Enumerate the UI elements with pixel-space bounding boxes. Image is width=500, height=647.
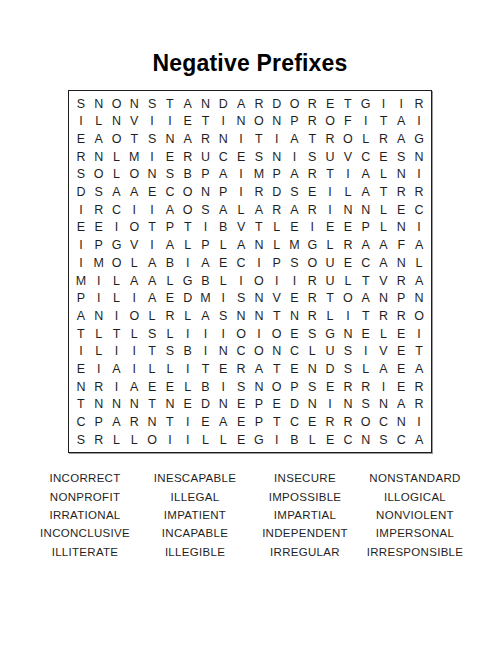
grid-cell-r5c2[interactable]: O: [90, 166, 108, 184]
grid-cell-r20c4[interactable]: L: [125, 431, 143, 449]
grid-cell-r1c5[interactable]: S: [143, 95, 161, 113]
grid-cell-r17c14[interactable]: S: [303, 378, 321, 396]
grid-cell-r13c2[interactable]: N: [90, 307, 108, 325]
grid-cell-r6c10[interactable]: I: [232, 184, 250, 202]
grid-cell-r13c8[interactable]: A: [197, 307, 215, 325]
grid-cell-r2c20[interactable]: I: [410, 113, 428, 131]
grid-cell-r13c1[interactable]: A: [72, 307, 90, 325]
grid-cell-r6c1[interactable]: D: [72, 184, 90, 202]
grid-cell-r10c13[interactable]: S: [286, 254, 304, 272]
grid-cell-r15c19[interactable]: E: [392, 343, 410, 361]
grid-cell-r20c9[interactable]: L: [214, 431, 232, 449]
grid-cell-r19c5[interactable]: N: [143, 414, 161, 432]
grid-cell-r15c15[interactable]: U: [321, 343, 339, 361]
grid-cell-r12c3[interactable]: L: [108, 290, 126, 308]
grid-cell-r3c3[interactable]: O: [108, 130, 126, 148]
grid-cell-r20c17[interactable]: N: [357, 431, 375, 449]
grid-cell-r7c11[interactable]: A: [250, 201, 268, 219]
grid-cell-r12c13[interactable]: E: [286, 290, 304, 308]
grid-cell-r6c4[interactable]: A: [125, 184, 143, 202]
grid-cell-r8c1[interactable]: E: [72, 219, 90, 237]
grid-cell-r16c7[interactable]: I: [179, 361, 197, 379]
grid-cell-r3c7[interactable]: A: [179, 130, 197, 148]
grid-cell-r13c15[interactable]: L: [321, 307, 339, 325]
grid-cell-r8c7[interactable]: T: [179, 219, 197, 237]
grid-cell-r19c1[interactable]: C: [72, 414, 90, 432]
grid-cell-r17c15[interactable]: E: [321, 378, 339, 396]
grid-cell-r15c14[interactable]: L: [303, 343, 321, 361]
grid-cell-r15c11[interactable]: O: [250, 343, 268, 361]
grid-cell-r1c9[interactable]: D: [214, 95, 232, 113]
grid-cell-r18c1[interactable]: T: [72, 396, 90, 414]
grid-cell-r4c16[interactable]: V: [339, 148, 357, 166]
grid-cell-r10c11[interactable]: I: [250, 254, 268, 272]
grid-cell-r16c13[interactable]: E: [286, 361, 304, 379]
grid-cell-r9c1[interactable]: I: [72, 237, 90, 255]
grid-cell-r20c2[interactable]: R: [90, 431, 108, 449]
grid-cell-r16c3[interactable]: A: [108, 361, 126, 379]
grid-cell-r17c17[interactable]: R: [357, 378, 375, 396]
grid-cell-r1c15[interactable]: E: [321, 95, 339, 113]
grid-cell-r2c12[interactable]: N: [268, 113, 286, 131]
grid-cell-r8c5[interactable]: T: [143, 219, 161, 237]
grid-cell-r19c2[interactable]: P: [90, 414, 108, 432]
grid-cell-r2c16[interactable]: F: [339, 113, 357, 131]
grid-cell-r10c15[interactable]: U: [321, 254, 339, 272]
grid-cell-r1c14[interactable]: R: [303, 95, 321, 113]
grid-cell-r20c20[interactable]: A: [410, 431, 428, 449]
grid-cell-r7c19[interactable]: E: [392, 201, 410, 219]
grid-cell-r2c8[interactable]: T: [197, 113, 215, 131]
grid-cell-r9c15[interactable]: L: [321, 237, 339, 255]
grid-cell-r1c19[interactable]: I: [392, 95, 410, 113]
grid-cell-r17c7[interactable]: L: [179, 378, 197, 396]
grid-cell-r11c11[interactable]: O: [250, 272, 268, 290]
grid-cell-r3c12[interactable]: I: [268, 130, 286, 148]
grid-cell-r14c18[interactable]: L: [375, 325, 393, 343]
grid-cell-r2c14[interactable]: R: [303, 113, 321, 131]
grid-cell-r10c7[interactable]: I: [179, 254, 197, 272]
grid-cell-r11c9[interactable]: L: [214, 272, 232, 290]
grid-cell-r5c20[interactable]: I: [410, 166, 428, 184]
grid-cell-r2c9[interactable]: I: [214, 113, 232, 131]
grid-cell-r14c19[interactable]: E: [392, 325, 410, 343]
grid-cell-r7c5[interactable]: I: [143, 201, 161, 219]
grid-cell-r9c4[interactable]: V: [125, 237, 143, 255]
grid-cell-r20c3[interactable]: L: [108, 431, 126, 449]
grid-cell-r19c4[interactable]: R: [125, 414, 143, 432]
grid-cell-r20c12[interactable]: I: [268, 431, 286, 449]
grid-cell-r1c8[interactable]: N: [197, 95, 215, 113]
grid-cell-r14c10[interactable]: O: [232, 325, 250, 343]
grid-cell-r4c1[interactable]: R: [72, 148, 90, 166]
grid-cell-r1c7[interactable]: A: [179, 95, 197, 113]
grid-cell-r18c19[interactable]: A: [392, 396, 410, 414]
grid-cell-r2c18[interactable]: T: [375, 113, 393, 131]
grid-cell-r19c13[interactable]: C: [286, 414, 304, 432]
grid-cell-r8c4[interactable]: O: [125, 219, 143, 237]
grid-cell-r18c17[interactable]: S: [357, 396, 375, 414]
grid-cell-r6c9[interactable]: P: [214, 184, 232, 202]
grid-cell-r14c7[interactable]: I: [179, 325, 197, 343]
grid-cell-r5c10[interactable]: I: [232, 166, 250, 184]
grid-cell-r16c4[interactable]: I: [125, 361, 143, 379]
grid-cell-r2c17[interactable]: I: [357, 113, 375, 131]
grid-cell-r5c17[interactable]: A: [357, 166, 375, 184]
grid-cell-r10c18[interactable]: A: [375, 254, 393, 272]
grid-cell-r20c1[interactable]: S: [72, 431, 90, 449]
grid-cell-r2c7[interactable]: E: [179, 113, 197, 131]
grid-cell-r14c1[interactable]: T: [72, 325, 90, 343]
grid-cell-r12c12[interactable]: V: [268, 290, 286, 308]
grid-cell-r17c8[interactable]: B: [197, 378, 215, 396]
grid-cell-r7c4[interactable]: I: [125, 201, 143, 219]
grid-cell-r13c4[interactable]: O: [125, 307, 143, 325]
grid-cell-r13c16[interactable]: I: [339, 307, 357, 325]
grid-cell-r19c10[interactable]: E: [232, 414, 250, 432]
grid-cell-r20c10[interactable]: E: [232, 431, 250, 449]
grid-cell-r5c15[interactable]: T: [321, 166, 339, 184]
grid-cell-r10c5[interactable]: A: [143, 254, 161, 272]
grid-cell-r19c20[interactable]: I: [410, 414, 428, 432]
grid-cell-r1c13[interactable]: O: [286, 95, 304, 113]
grid-cell-r17c4[interactable]: A: [125, 378, 143, 396]
grid-cell-r18c6[interactable]: N: [161, 396, 179, 414]
grid-cell-r14c5[interactable]: S: [143, 325, 161, 343]
grid-cell-r11c17[interactable]: T: [357, 272, 375, 290]
grid-cell-r18c15[interactable]: I: [321, 396, 339, 414]
grid-cell-r2c15[interactable]: O: [321, 113, 339, 131]
grid-cell-r2c11[interactable]: O: [250, 113, 268, 131]
grid-cell-r18c4[interactable]: N: [125, 396, 143, 414]
grid-cell-r18c12[interactable]: E: [268, 396, 286, 414]
grid-cell-r7c2[interactable]: R: [90, 201, 108, 219]
grid-cell-r3c13[interactable]: A: [286, 130, 304, 148]
grid-cell-r2c3[interactable]: N: [108, 113, 126, 131]
grid-cell-r19c14[interactable]: E: [303, 414, 321, 432]
grid-cell-r7c18[interactable]: L: [375, 201, 393, 219]
grid-cell-r12c1[interactable]: P: [72, 290, 90, 308]
grid-cell-r5c12[interactable]: P: [268, 166, 286, 184]
grid-cell-r6c16[interactable]: L: [339, 184, 357, 202]
grid-cell-r4c4[interactable]: M: [125, 148, 143, 166]
grid-cell-r1c6[interactable]: T: [161, 95, 179, 113]
grid-cell-r13c10[interactable]: N: [232, 307, 250, 325]
grid-cell-r7c12[interactable]: R: [268, 201, 286, 219]
grid-cell-r16c10[interactable]: R: [232, 361, 250, 379]
grid-cell-r7c1[interactable]: I: [72, 201, 90, 219]
grid-cell-r10c9[interactable]: E: [214, 254, 232, 272]
grid-cell-r6c11[interactable]: R: [250, 184, 268, 202]
grid-cell-r1c10[interactable]: A: [232, 95, 250, 113]
grid-cell-r4c18[interactable]: E: [375, 148, 393, 166]
grid-cell-r17c3[interactable]: I: [108, 378, 126, 396]
grid-cell-r14c2[interactable]: L: [90, 325, 108, 343]
grid-cell-r18c13[interactable]: D: [286, 396, 304, 414]
grid-cell-r5c3[interactable]: L: [108, 166, 126, 184]
grid-cell-r8c9[interactable]: B: [214, 219, 232, 237]
grid-cell-r5c16[interactable]: I: [339, 166, 357, 184]
grid-cell-r18c14[interactable]: N: [303, 396, 321, 414]
grid-cell-r12c19[interactable]: P: [392, 290, 410, 308]
grid-cell-r5c11[interactable]: M: [250, 166, 268, 184]
grid-cell-r8c10[interactable]: V: [232, 219, 250, 237]
grid-cell-r10c20[interactable]: L: [410, 254, 428, 272]
grid-cell-r2c13[interactable]: P: [286, 113, 304, 131]
grid-cell-r4c15[interactable]: U: [321, 148, 339, 166]
grid-cell-r3c2[interactable]: A: [90, 130, 108, 148]
grid-cell-r12c2[interactable]: I: [90, 290, 108, 308]
grid-cell-r12c16[interactable]: O: [339, 290, 357, 308]
grid-cell-r11c15[interactable]: U: [321, 272, 339, 290]
grid-cell-r14c20[interactable]: I: [410, 325, 428, 343]
grid-cell-r9c19[interactable]: F: [392, 237, 410, 255]
grid-cell-r19c16[interactable]: R: [339, 414, 357, 432]
grid-cell-r13c11[interactable]: N: [250, 307, 268, 325]
grid-cell-r3c9[interactable]: N: [214, 130, 232, 148]
grid-cell-r8c13[interactable]: E: [286, 219, 304, 237]
grid-cell-r10c8[interactable]: A: [197, 254, 215, 272]
grid-cell-r8c12[interactable]: L: [268, 219, 286, 237]
grid-cell-r5c8[interactable]: P: [197, 166, 215, 184]
grid-cell-r11c3[interactable]: L: [108, 272, 126, 290]
grid-cell-r1c18[interactable]: I: [375, 95, 393, 113]
grid-cell-r19c8[interactable]: E: [197, 414, 215, 432]
grid-cell-r9c10[interactable]: A: [232, 237, 250, 255]
grid-cell-r15c1[interactable]: I: [72, 343, 90, 361]
grid-cell-r15c18[interactable]: V: [375, 343, 393, 361]
grid-cell-r1c16[interactable]: T: [339, 95, 357, 113]
grid-cell-r16c17[interactable]: L: [357, 361, 375, 379]
grid-cell-r12c14[interactable]: R: [303, 290, 321, 308]
grid-cell-r8c20[interactable]: I: [410, 219, 428, 237]
grid-cell-r12c6[interactable]: E: [161, 290, 179, 308]
grid-cell-r2c19[interactable]: A: [392, 113, 410, 131]
grid-cell-r8c2[interactable]: E: [90, 219, 108, 237]
grid-cell-r20c8[interactable]: L: [197, 431, 215, 449]
grid-cell-r12c15[interactable]: T: [321, 290, 339, 308]
grid-cell-r13c3[interactable]: I: [108, 307, 126, 325]
grid-cell-r11c10[interactable]: I: [232, 272, 250, 290]
grid-cell-r14c13[interactable]: E: [286, 325, 304, 343]
grid-cell-r4c17[interactable]: C: [357, 148, 375, 166]
grid-cell-r9c2[interactable]: P: [90, 237, 108, 255]
grid-cell-r9c18[interactable]: A: [375, 237, 393, 255]
grid-cell-r12c17[interactable]: A: [357, 290, 375, 308]
grid-cell-r11c5[interactable]: A: [143, 272, 161, 290]
grid-cell-r9c3[interactable]: G: [108, 237, 126, 255]
grid-cell-r13c14[interactable]: R: [303, 307, 321, 325]
grid-cell-r1c12[interactable]: D: [268, 95, 286, 113]
grid-cell-r17c9[interactable]: I: [214, 378, 232, 396]
grid-cell-r3c5[interactable]: S: [143, 130, 161, 148]
grid-cell-r7c14[interactable]: R: [303, 201, 321, 219]
grid-cell-r18c7[interactable]: E: [179, 396, 197, 414]
grid-cell-r10c3[interactable]: O: [108, 254, 126, 272]
grid-cell-r20c6[interactable]: I: [161, 431, 179, 449]
grid-cell-r1c4[interactable]: N: [125, 95, 143, 113]
grid-cell-r7c9[interactable]: A: [214, 201, 232, 219]
grid-cell-r16c19[interactable]: E: [392, 361, 410, 379]
grid-cell-r10c4[interactable]: L: [125, 254, 143, 272]
grid-cell-r17c11[interactable]: N: [250, 378, 268, 396]
grid-cell-r11c12[interactable]: I: [268, 272, 286, 290]
grid-cell-r13c19[interactable]: R: [392, 307, 410, 325]
grid-cell-r3c11[interactable]: T: [250, 130, 268, 148]
grid-cell-r2c1[interactable]: I: [72, 113, 90, 131]
grid-cell-r5c6[interactable]: S: [161, 166, 179, 184]
grid-cell-r4c5[interactable]: I: [143, 148, 161, 166]
grid-cell-r13c18[interactable]: R: [375, 307, 393, 325]
grid-cell-r8c8[interactable]: I: [197, 219, 215, 237]
grid-cell-r10c2[interactable]: M: [90, 254, 108, 272]
grid-cell-r4c12[interactable]: N: [268, 148, 286, 166]
grid-cell-r6c18[interactable]: T: [375, 184, 393, 202]
grid-cell-r13c7[interactable]: L: [179, 307, 197, 325]
grid-cell-r19c19[interactable]: N: [392, 414, 410, 432]
grid-cell-r7c8[interactable]: S: [197, 201, 215, 219]
grid-cell-r6c13[interactable]: S: [286, 184, 304, 202]
grid-cell-r5c18[interactable]: L: [375, 166, 393, 184]
grid-cell-r18c11[interactable]: P: [250, 396, 268, 414]
grid-cell-r4c8[interactable]: U: [197, 148, 215, 166]
grid-cell-r15c17[interactable]: I: [357, 343, 375, 361]
grid-cell-r17c2[interactable]: R: [90, 378, 108, 396]
grid-cell-r14c15[interactable]: G: [321, 325, 339, 343]
grid-cell-r17c18[interactable]: I: [375, 378, 393, 396]
grid-cell-r18c10[interactable]: E: [232, 396, 250, 414]
grid-cell-r1c11[interactable]: R: [250, 95, 268, 113]
grid-cell-r11c18[interactable]: V: [375, 272, 393, 290]
grid-cell-r14c6[interactable]: L: [161, 325, 179, 343]
grid-cell-r3c14[interactable]: T: [303, 130, 321, 148]
grid-cell-r18c2[interactable]: N: [90, 396, 108, 414]
grid-cell-r4c19[interactable]: S: [392, 148, 410, 166]
grid-cell-r6c14[interactable]: E: [303, 184, 321, 202]
grid-cell-r12c7[interactable]: D: [179, 290, 197, 308]
grid-cell-r17c1[interactable]: N: [72, 378, 90, 396]
grid-cell-r8c3[interactable]: I: [108, 219, 126, 237]
grid-cell-r11c14[interactable]: R: [303, 272, 321, 290]
grid-cell-r14c14[interactable]: S: [303, 325, 321, 343]
grid-cell-r9c20[interactable]: A: [410, 237, 428, 255]
grid-cell-r13c20[interactable]: O: [410, 307, 428, 325]
grid-cell-r15c20[interactable]: T: [410, 343, 428, 361]
grid-cell-r3c6[interactable]: N: [161, 130, 179, 148]
grid-cell-r11c1[interactable]: M: [72, 272, 90, 290]
grid-cell-r19c3[interactable]: A: [108, 414, 126, 432]
grid-cell-r20c7[interactable]: I: [179, 431, 197, 449]
grid-cell-r2c4[interactable]: V: [125, 113, 143, 131]
grid-cell-r12c5[interactable]: A: [143, 290, 161, 308]
grid-cell-r8c17[interactable]: P: [357, 219, 375, 237]
grid-cell-r7c17[interactable]: N: [357, 201, 375, 219]
grid-cell-r17c16[interactable]: R: [339, 378, 357, 396]
grid-cell-r9c6[interactable]: A: [161, 237, 179, 255]
grid-cell-r6c12[interactable]: D: [268, 184, 286, 202]
grid-cell-r1c3[interactable]: O: [108, 95, 126, 113]
grid-cell-r15c6[interactable]: S: [161, 343, 179, 361]
grid-cell-r15c9[interactable]: N: [214, 343, 232, 361]
grid-cell-r1c1[interactable]: S: [72, 95, 90, 113]
grid-cell-r7c10[interactable]: L: [232, 201, 250, 219]
grid-cell-r6c15[interactable]: I: [321, 184, 339, 202]
grid-cell-r15c3[interactable]: I: [108, 343, 126, 361]
grid-cell-r3c8[interactable]: R: [197, 130, 215, 148]
grid-cell-r4c14[interactable]: S: [303, 148, 321, 166]
grid-cell-r16c14[interactable]: N: [303, 361, 321, 379]
grid-cell-r14c11[interactable]: I: [250, 325, 268, 343]
grid-cell-r8c6[interactable]: P: [161, 219, 179, 237]
grid-cell-r7c20[interactable]: C: [410, 201, 428, 219]
grid-cell-r3c10[interactable]: I: [232, 130, 250, 148]
grid-cell-r11c16[interactable]: L: [339, 272, 357, 290]
grid-cell-r12c10[interactable]: S: [232, 290, 250, 308]
grid-cell-r7c16[interactable]: N: [339, 201, 357, 219]
grid-cell-r19c18[interactable]: C: [375, 414, 393, 432]
grid-cell-r12c9[interactable]: I: [214, 290, 232, 308]
grid-cell-r5c4[interactable]: O: [125, 166, 143, 184]
grid-cell-r13c5[interactable]: L: [143, 307, 161, 325]
grid-cell-r4c20[interactable]: N: [410, 148, 428, 166]
grid-cell-r10c1[interactable]: I: [72, 254, 90, 272]
grid-cell-r16c5[interactable]: L: [143, 361, 161, 379]
grid-cell-r14c17[interactable]: E: [357, 325, 375, 343]
grid-cell-r20c13[interactable]: B: [286, 431, 304, 449]
grid-cell-r2c2[interactable]: L: [90, 113, 108, 131]
grid-cell-r3c20[interactable]: G: [410, 130, 428, 148]
grid-cell-r1c17[interactable]: G: [357, 95, 375, 113]
grid-cell-r17c12[interactable]: O: [268, 378, 286, 396]
grid-cell-r10c10[interactable]: C: [232, 254, 250, 272]
grid-cell-r17c6[interactable]: E: [161, 378, 179, 396]
grid-cell-r12c8[interactable]: M: [197, 290, 215, 308]
grid-cell-r16c11[interactable]: A: [250, 361, 268, 379]
grid-cell-r11c13[interactable]: I: [286, 272, 304, 290]
grid-cell-r1c20[interactable]: R: [410, 95, 428, 113]
grid-cell-r6c6[interactable]: C: [161, 184, 179, 202]
grid-cell-r4c3[interactable]: L: [108, 148, 126, 166]
grid-cell-r19c6[interactable]: T: [161, 414, 179, 432]
grid-cell-r10c6[interactable]: B: [161, 254, 179, 272]
grid-cell-r18c18[interactable]: N: [375, 396, 393, 414]
grid-cell-r6c8[interactable]: N: [197, 184, 215, 202]
grid-cell-r9c17[interactable]: A: [357, 237, 375, 255]
grid-cell-r20c16[interactable]: C: [339, 431, 357, 449]
grid-cell-r13c13[interactable]: N: [286, 307, 304, 325]
grid-cell-r16c2[interactable]: I: [90, 361, 108, 379]
grid-cell-r8c18[interactable]: L: [375, 219, 393, 237]
grid-cell-r11c2[interactable]: I: [90, 272, 108, 290]
grid-cell-r17c10[interactable]: S: [232, 378, 250, 396]
grid-cell-r10c12[interactable]: P: [268, 254, 286, 272]
grid-cell-r15c5[interactable]: T: [143, 343, 161, 361]
grid-cell-r9c12[interactable]: L: [268, 237, 286, 255]
grid-cell-r5c19[interactable]: N: [392, 166, 410, 184]
grid-cell-r4c13[interactable]: I: [286, 148, 304, 166]
grid-cell-r3c15[interactable]: R: [321, 130, 339, 148]
grid-cell-r6c5[interactable]: E: [143, 184, 161, 202]
grid-cell-r16c12[interactable]: T: [268, 361, 286, 379]
grid-cell-r16c15[interactable]: D: [321, 361, 339, 379]
grid-cell-r7c15[interactable]: I: [321, 201, 339, 219]
grid-cell-r11c4[interactable]: A: [125, 272, 143, 290]
grid-cell-r19c11[interactable]: P: [250, 414, 268, 432]
grid-cell-r16c1[interactable]: E: [72, 361, 90, 379]
grid-cell-r11c19[interactable]: R: [392, 272, 410, 290]
grid-cell-r20c18[interactable]: S: [375, 431, 393, 449]
grid-cell-r11c8[interactable]: B: [197, 272, 215, 290]
